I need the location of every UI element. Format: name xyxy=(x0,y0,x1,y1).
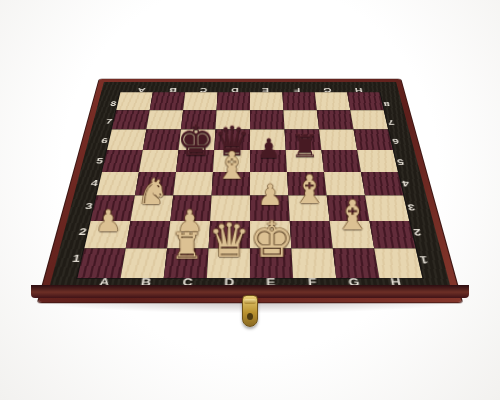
white-king-icon: ♚ xyxy=(237,215,306,264)
product-photo-scene: ABCDEFGH ABCDEFGH 87654321 87654321 ♚♛♟♜… xyxy=(0,0,500,400)
coord-label-c: C xyxy=(188,85,220,95)
brass-clasp-icon xyxy=(241,295,259,327)
piece-white-bishop-g2[interactable]: ♝ xyxy=(319,195,385,236)
coord-label-e: E xyxy=(250,85,281,95)
file-labels-top: ABCDEFGH xyxy=(125,85,375,95)
coord-label-f: F xyxy=(281,85,313,95)
piece-white-king-e1[interactable]: ♚ xyxy=(237,215,306,264)
coord-label-d: D xyxy=(219,85,250,95)
coord-label-5: 5 xyxy=(387,151,414,172)
clasp-hole xyxy=(247,313,253,320)
white-pawn-icon: ♟ xyxy=(75,206,141,236)
white-bishop-icon: ♝ xyxy=(201,147,262,185)
chess-board: ABCDEFGH ABCDEFGH 87654321 87654321 ♚♛♟♜… xyxy=(38,79,462,302)
coord-label-8: 8 xyxy=(375,95,399,112)
coord-label-a: A xyxy=(125,85,158,95)
piece-black-rook-f5[interactable]: ♜ xyxy=(275,130,334,161)
coord-label-7: 7 xyxy=(379,113,404,132)
piece-white-pawn-a2[interactable]: ♟ xyxy=(75,206,141,236)
coord-label-g: G xyxy=(311,85,343,95)
white-knight-icon: ♞ xyxy=(120,173,183,209)
white-bishop-icon: ♝ xyxy=(319,195,385,236)
piece-white-bishop-d4[interactable]: ♝ xyxy=(201,147,262,185)
coord-label-h: H xyxy=(342,85,375,95)
board-frame: ABCDEFGH ABCDEFGH 87654321 87654321 ♚♛♟♜… xyxy=(38,79,462,302)
coord-label-b: B xyxy=(156,85,188,95)
coord-label-6: 6 xyxy=(383,131,409,151)
black-rook-icon: ♜ xyxy=(275,130,334,161)
clasp-bar xyxy=(244,299,256,304)
piece-white-knight-b3[interactable]: ♞ xyxy=(120,173,183,209)
